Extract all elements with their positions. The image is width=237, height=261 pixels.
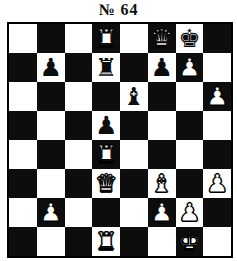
square-a2[interactable] (9, 198, 37, 227)
square-g5[interactable] (176, 111, 204, 140)
square-f8[interactable]: ♛ (148, 24, 176, 53)
square-d2[interactable] (92, 198, 120, 227)
square-g6[interactable] (176, 82, 204, 111)
white-pawn-icon: ♟ (150, 200, 172, 225)
white-king-icon: ♚ (178, 229, 200, 254)
white-pawn-icon: ♟ (178, 200, 200, 225)
black-pawn-icon: ♟ (39, 55, 61, 80)
white-rook-icon: ♜ (95, 229, 117, 254)
square-d3[interactable]: ♛ (92, 169, 120, 198)
square-e8[interactable] (120, 24, 148, 53)
square-c6[interactable] (65, 82, 93, 111)
square-e4[interactable] (120, 140, 148, 169)
square-e5[interactable] (120, 111, 148, 140)
square-e6[interactable]: ♝ (120, 82, 148, 111)
black-bishop-icon: ♝ (123, 84, 145, 109)
white-queen-icon: ♛ (150, 26, 172, 51)
square-h6[interactable]: ♟ (203, 82, 231, 111)
square-h7[interactable] (203, 53, 231, 82)
square-g8[interactable]: ♚ (176, 24, 204, 53)
chess-board: ♜♛♚♟♜♟♟♝♟♟♜♛♝♟♟♟♟♜♚ (7, 22, 233, 258)
white-pawn-icon: ♟ (39, 200, 61, 225)
square-b6[interactable] (37, 82, 65, 111)
square-a1[interactable] (9, 227, 37, 256)
white-rook-icon: ♜ (95, 142, 117, 167)
square-g3[interactable] (176, 169, 204, 198)
square-c4[interactable] (65, 140, 93, 169)
square-b1[interactable] (37, 227, 65, 256)
square-d8[interactable]: ♜ (92, 24, 120, 53)
square-b8[interactable] (37, 24, 65, 53)
square-h8[interactable] (203, 24, 231, 53)
square-b4[interactable] (37, 140, 65, 169)
square-f3[interactable]: ♝ (148, 169, 176, 198)
square-h5[interactable] (203, 111, 231, 140)
square-a3[interactable] (9, 169, 37, 198)
square-c3[interactable] (65, 169, 93, 198)
square-g2[interactable]: ♟ (176, 198, 204, 227)
black-rook-icon: ♜ (95, 55, 117, 80)
square-f1[interactable] (148, 227, 176, 256)
square-f2[interactable]: ♟ (148, 198, 176, 227)
square-h2[interactable] (203, 198, 231, 227)
black-king-icon: ♚ (178, 26, 200, 51)
square-c7[interactable] (65, 53, 93, 82)
square-d4[interactable]: ♜ (92, 140, 120, 169)
square-a8[interactable] (9, 24, 37, 53)
square-c5[interactable] (65, 111, 93, 140)
square-b3[interactable] (37, 169, 65, 198)
square-d6[interactable] (92, 82, 120, 111)
square-f6[interactable] (148, 82, 176, 111)
black-pawn-icon: ♟ (150, 55, 172, 80)
square-f7[interactable]: ♟ (148, 53, 176, 82)
square-h4[interactable] (203, 140, 231, 169)
square-h1[interactable] (203, 227, 231, 256)
square-f4[interactable] (148, 140, 176, 169)
square-a5[interactable] (9, 111, 37, 140)
black-pawn-icon: ♟ (95, 113, 117, 138)
square-b7[interactable]: ♟ (37, 53, 65, 82)
square-d7[interactable]: ♜ (92, 53, 120, 82)
square-b2[interactable]: ♟ (37, 198, 65, 227)
square-a7[interactable] (9, 53, 37, 82)
puzzle-number-title: № 64 (0, 0, 237, 20)
white-queen-icon: ♛ (95, 171, 117, 196)
white-pawn-icon: ♟ (206, 171, 228, 196)
square-b5[interactable] (37, 111, 65, 140)
square-c8[interactable] (65, 24, 93, 53)
white-pawn-icon: ♟ (206, 84, 228, 109)
square-c1[interactable] (65, 227, 93, 256)
square-a6[interactable] (9, 82, 37, 111)
square-e2[interactable] (120, 198, 148, 227)
square-e1[interactable] (120, 227, 148, 256)
puzzle-diagram-page: № 64 ♜♛♚♟♜♟♟♝♟♟♜♛♝♟♟♟♟♜♚ (0, 0, 237, 261)
square-a4[interactable] (9, 140, 37, 169)
square-f5[interactable] (148, 111, 176, 140)
square-c2[interactable] (65, 198, 93, 227)
white-pawn-icon: ♟ (178, 55, 200, 80)
square-g4[interactable] (176, 140, 204, 169)
square-d5[interactable]: ♟ (92, 111, 120, 140)
square-g7[interactable]: ♟ (176, 53, 204, 82)
white-rook-icon: ♜ (95, 26, 117, 51)
square-g1[interactable]: ♚ (176, 227, 204, 256)
white-bishop-icon: ♝ (150, 171, 172, 196)
square-e3[interactable] (120, 169, 148, 198)
square-d1[interactable]: ♜ (92, 227, 120, 256)
square-h3[interactable]: ♟ (203, 169, 231, 198)
square-e7[interactable] (120, 53, 148, 82)
